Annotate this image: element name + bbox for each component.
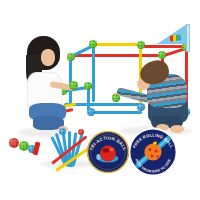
held-ball <box>69 81 78 90</box>
ball-hole <box>155 150 158 153</box>
badge-free-rolling: FREE ROLLING BALL PASS FROM SIDE TO SIDE <box>128 127 178 177</box>
rod <box>92 46 95 102</box>
connector-ball <box>137 41 145 49</box>
product-photo: TRI-ACTION BALL FREE ROLLING BALL PASS F… <box>0 0 200 200</box>
ball-hole <box>149 148 152 151</box>
held-ball <box>112 94 120 102</box>
rod <box>93 43 143 46</box>
wiffle-ball <box>59 128 66 135</box>
rod <box>90 111 142 114</box>
connector-ball <box>89 40 97 48</box>
tri-action-ball-art <box>100 146 116 162</box>
ball-hole <box>156 155 158 157</box>
rod <box>70 54 166 57</box>
wiffle-ball <box>9 138 19 148</box>
connector-ball <box>87 108 95 116</box>
wiffle-ball <box>78 129 84 135</box>
badge-tri-action: TRI-ACTION BALL <box>86 130 130 174</box>
girl-face <box>41 49 55 66</box>
connector-ball <box>137 103 145 111</box>
ball-hole <box>103 148 110 152</box>
connector-ball <box>84 82 92 90</box>
cup-handle <box>96 154 100 160</box>
red-block <box>33 142 41 156</box>
connector-ball <box>158 51 166 59</box>
free-rolling-ball-art <box>144 143 161 160</box>
ball-hole <box>151 155 154 158</box>
ball-highlight <box>110 148 114 151</box>
connector-ball <box>67 53 75 61</box>
